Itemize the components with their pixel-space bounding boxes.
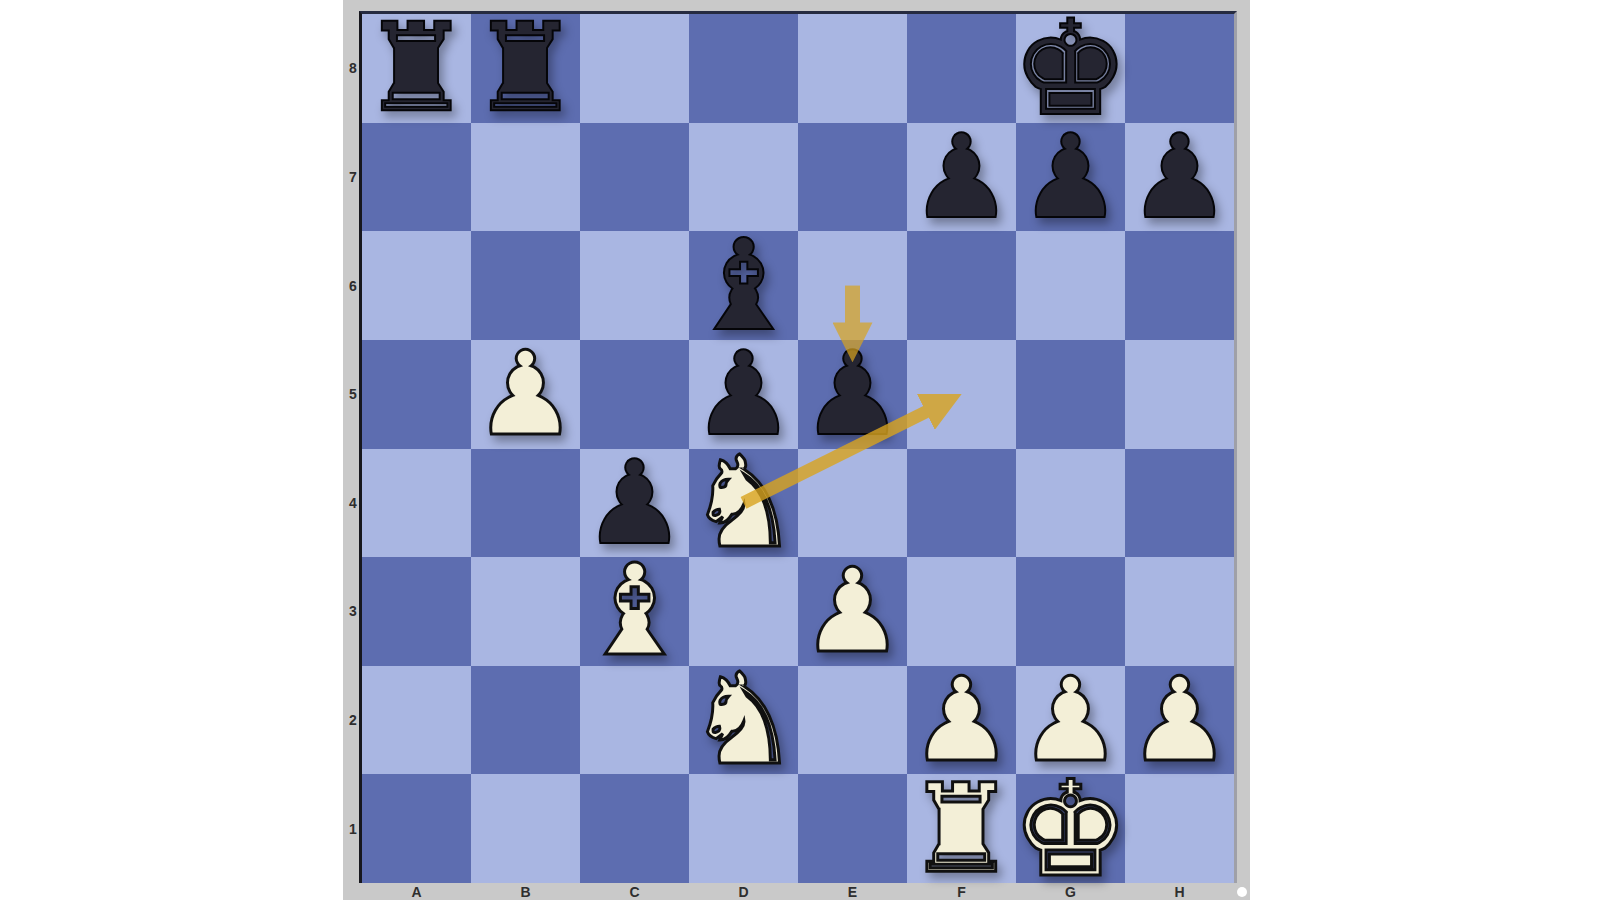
file-label-D: D [689,884,798,900]
chess-board: ♜♜♚♟♟♟♝♟♟♟♟♞♝♟♞♟♟♟♜♚ [359,11,1237,883]
file-label-C: C [580,884,689,900]
square-f6[interactable] [907,231,1016,340]
square-c6[interactable] [580,231,689,340]
square-f4[interactable] [907,449,1016,558]
rank-label-1: 1 [346,774,360,883]
square-c5[interactable] [580,340,689,449]
square-e4[interactable] [798,449,907,558]
piece-black-rook-a8[interactable]: ♜ [362,14,471,123]
piece-white-pawn-b5[interactable]: ♟ [471,340,580,449]
rank-label-4: 4 [346,449,360,558]
square-e1[interactable] [798,774,907,883]
square-a4[interactable] [362,449,471,558]
square-g6[interactable] [1016,231,1125,340]
square-h5[interactable] [1125,340,1234,449]
file-label-F: F [907,884,1016,900]
square-d8[interactable] [689,14,798,123]
square-h4[interactable] [1125,449,1234,558]
piece-black-pawn-g7[interactable]: ♟ [1016,123,1125,232]
file-label-B: B [471,884,580,900]
piece-white-rook-f1[interactable]: ♜ [907,774,1016,883]
square-a2[interactable] [362,666,471,775]
square-h6[interactable] [1125,231,1234,340]
square-e8[interactable] [798,14,907,123]
piece-white-knight-d2[interactable]: ♞ [689,666,798,775]
file-label-E: E [798,884,907,900]
rank-label-8: 8 [346,14,360,123]
rank-label-2: 2 [346,666,360,775]
piece-white-king-g1[interactable]: ♚ [1016,774,1125,883]
board-frame: ♜♜♚♟♟♟♝♟♟♟♟♞♝♟♞♟♟♟♜♚ 87654321 ABCDEFGH [343,0,1250,900]
square-f5[interactable] [907,340,1016,449]
square-h3[interactable] [1125,557,1234,666]
square-b4[interactable] [471,449,580,558]
square-b1[interactable] [471,774,580,883]
square-a5[interactable] [362,340,471,449]
square-e2[interactable] [798,666,907,775]
square-b3[interactable] [471,557,580,666]
piece-black-king-g8[interactable]: ♚ [1016,14,1125,123]
piece-white-pawn-h2[interactable]: ♟ [1125,666,1234,775]
file-label-G: G [1016,884,1125,900]
square-e7[interactable] [798,123,907,232]
piece-black-rook-b8[interactable]: ♜ [471,14,580,123]
square-c8[interactable] [580,14,689,123]
square-h8[interactable] [1125,14,1234,123]
piece-black-pawn-h7[interactable]: ♟ [1125,123,1234,232]
piece-black-pawn-f7[interactable]: ♟ [907,123,1016,232]
square-g4[interactable] [1016,449,1125,558]
square-b2[interactable] [471,666,580,775]
piece-white-bishop-c3[interactable]: ♝ [580,557,689,666]
file-label-A: A [362,884,471,900]
square-e6[interactable] [798,231,907,340]
square-h1[interactable] [1125,774,1234,883]
piece-black-pawn-e5[interactable]: ♟ [798,340,907,449]
square-c7[interactable] [580,123,689,232]
piece-black-bishop-d6[interactable]: ♝ [689,231,798,340]
square-g5[interactable] [1016,340,1125,449]
corner-dot [1237,887,1247,897]
square-a3[interactable] [362,557,471,666]
piece-white-pawn-e3[interactable]: ♟ [798,557,907,666]
rank-label-5: 5 [346,340,360,449]
file-label-H: H [1125,884,1234,900]
square-b6[interactable] [471,231,580,340]
square-a1[interactable] [362,774,471,883]
rank-label-6: 6 [346,231,360,340]
square-f8[interactable] [907,14,1016,123]
square-c1[interactable] [580,774,689,883]
rank-label-7: 7 [346,123,360,232]
square-a6[interactable] [362,231,471,340]
rank-label-3: 3 [346,557,360,666]
piece-white-knight-d4[interactable]: ♞ [689,449,798,558]
square-f3[interactable] [907,557,1016,666]
square-g3[interactable] [1016,557,1125,666]
